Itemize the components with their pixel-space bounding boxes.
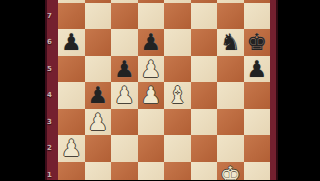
square-h4[interactable]	[244, 82, 271, 109]
square-g7[interactable]	[217, 3, 244, 30]
square-c2[interactable]	[111, 135, 138, 162]
square-d2[interactable]	[138, 135, 165, 162]
square-a1[interactable]	[58, 162, 85, 181]
square-b5[interactable]	[85, 56, 112, 83]
square-e2[interactable]	[164, 135, 191, 162]
square-a2[interactable]: ♟	[58, 135, 85, 162]
square-f7[interactable]	[191, 3, 218, 30]
square-c6[interactable]	[111, 29, 138, 56]
square-c5[interactable]: ♟	[111, 56, 138, 83]
square-d4[interactable]: ♟	[138, 82, 165, 109]
square-e5[interactable]	[164, 56, 191, 83]
square-g5[interactable]	[217, 56, 244, 83]
square-h2[interactable]	[244, 135, 271, 162]
square-a7[interactable]	[58, 3, 85, 30]
square-b3[interactable]: ♟	[85, 109, 112, 136]
piece-black-pawn-c5[interactable]: ♟	[111, 56, 138, 83]
square-h5[interactable]: ♟	[244, 56, 271, 83]
piece-white-pawn-c4[interactable]: ♟	[111, 82, 138, 109]
square-a5[interactable]	[58, 56, 85, 83]
chess-board: ♟♟♞♚♟♟♟♟♟♟♝♟♟♚	[58, 0, 270, 180]
square-e6[interactable]	[164, 29, 191, 56]
square-c7[interactable]	[111, 3, 138, 30]
square-g4[interactable]	[217, 82, 244, 109]
square-f5[interactable]	[191, 56, 218, 83]
rank-label-6: 6	[47, 38, 57, 46]
piece-white-pawn-d5[interactable]: ♟	[138, 56, 165, 83]
rank-label-2: 2	[47, 144, 57, 152]
square-c1[interactable]	[111, 162, 138, 181]
rank-label-5: 5	[47, 65, 57, 73]
square-g6[interactable]: ♞	[217, 29, 244, 56]
square-f3[interactable]	[191, 109, 218, 136]
square-a6[interactable]: ♟	[58, 29, 85, 56]
piece-white-pawn-d4[interactable]: ♟	[138, 82, 165, 109]
square-c3[interactable]	[111, 109, 138, 136]
square-e4[interactable]: ♝	[164, 82, 191, 109]
piece-black-pawn-a6[interactable]: ♟	[58, 29, 85, 56]
piece-black-pawn-d6[interactable]: ♟	[138, 29, 165, 56]
square-b2[interactable]	[85, 135, 112, 162]
rank-label-3: 3	[47, 118, 57, 126]
square-a4[interactable]	[58, 82, 85, 109]
piece-white-pawn-b3[interactable]: ♟	[85, 109, 112, 136]
square-b6[interactable]	[85, 29, 112, 56]
square-b4[interactable]: ♟	[85, 82, 112, 109]
square-a3[interactable]	[58, 109, 85, 136]
square-d1[interactable]	[138, 162, 165, 181]
piece-black-pawn-b4[interactable]: ♟	[85, 82, 112, 109]
piece-black-pawn-h5[interactable]: ♟	[244, 56, 271, 83]
square-e7[interactable]	[164, 3, 191, 30]
square-f1[interactable]	[191, 162, 218, 181]
square-h7[interactable]	[244, 3, 271, 30]
square-h6[interactable]: ♚	[244, 29, 271, 56]
square-h3[interactable]	[244, 109, 271, 136]
piece-white-pawn-a2[interactable]: ♟	[58, 135, 85, 162]
rank-label-4: 4	[47, 91, 57, 99]
piece-white-king-g1[interactable]: ♚	[217, 162, 244, 181]
piece-black-king-h6[interactable]: ♚	[244, 29, 271, 56]
square-d3[interactable]	[138, 109, 165, 136]
square-g3[interactable]	[217, 109, 244, 136]
square-f2[interactable]	[191, 135, 218, 162]
square-e1[interactable]	[164, 162, 191, 181]
rank-label-1: 1	[47, 171, 57, 179]
square-g2[interactable]	[217, 135, 244, 162]
square-f6[interactable]	[191, 29, 218, 56]
square-d6[interactable]: ♟	[138, 29, 165, 56]
square-c4[interactable]: ♟	[111, 82, 138, 109]
square-g1[interactable]: ♚	[217, 162, 244, 181]
square-h1[interactable]	[244, 162, 271, 181]
video-frame: ♟♟♞♚♟♟♟♟♟♟♝♟♟♚ 87654321	[0, 0, 320, 180]
square-e3[interactable]	[164, 109, 191, 136]
piece-black-knight-g6[interactable]: ♞	[217, 29, 244, 56]
square-f4[interactable]	[191, 82, 218, 109]
square-b7[interactable]	[85, 3, 112, 30]
piece-white-bishop-e4[interactable]: ♝	[164, 82, 191, 109]
square-b1[interactable]	[85, 162, 112, 181]
square-d7[interactable]	[138, 3, 165, 30]
rank-label-7: 7	[47, 12, 57, 20]
square-d5[interactable]: ♟	[138, 56, 165, 83]
